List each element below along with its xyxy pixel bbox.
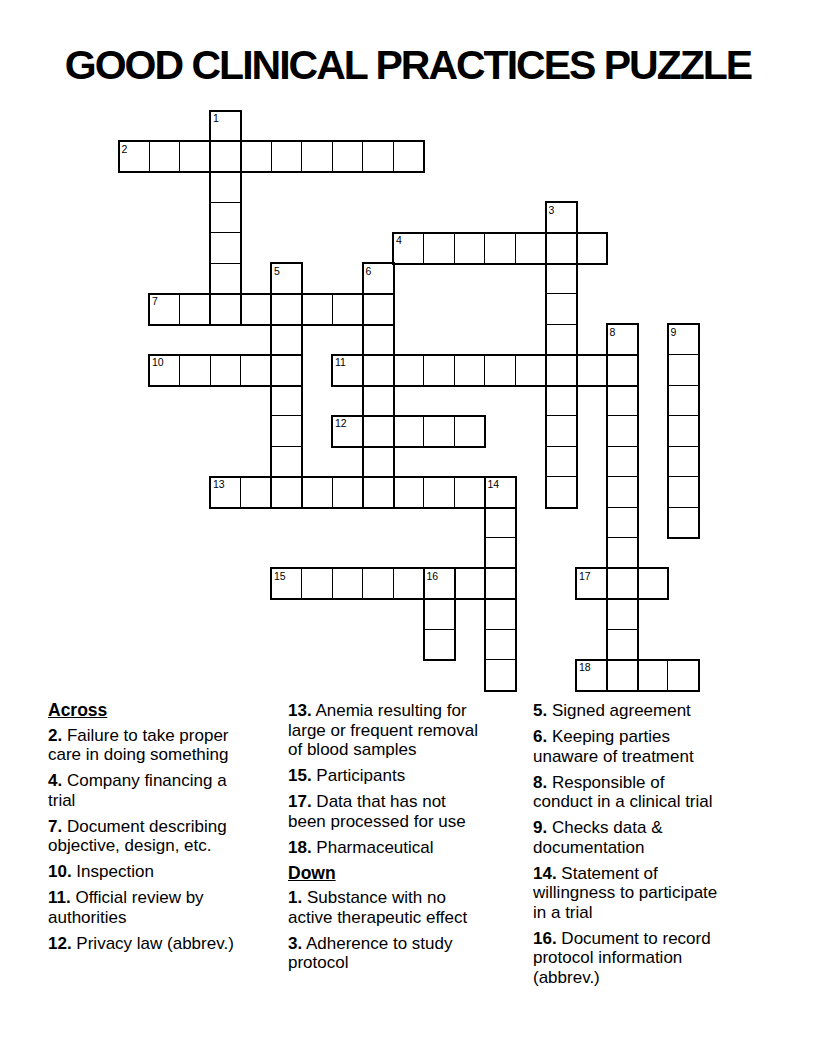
grid-cell-r4c11[interactable]	[454, 232, 486, 264]
clue-number-18: 18.	[288, 838, 312, 857]
clue-14: 14. Statement ofwillingness to participa…	[533, 864, 770, 923]
grid-cell-r8c10[interactable]	[423, 354, 455, 386]
grid-cell-r14c12[interactable]	[484, 537, 516, 569]
clue-number-13: 13.	[288, 701, 312, 720]
grid-cell-r12c5[interactable]	[271, 476, 303, 508]
grid-cell-r13c12[interactable]	[484, 507, 516, 539]
grid-cell-r8c2[interactable]	[179, 354, 211, 386]
grid-cell-r2c3[interactable]	[210, 171, 242, 203]
grid-cell-r11c5[interactable]	[271, 446, 303, 478]
grid-cell-r16c12[interactable]	[484, 598, 516, 630]
grid-cell-r12c11[interactable]	[454, 476, 486, 508]
grid-cell-r6c7[interactable]	[332, 293, 364, 325]
grid-cell-r8c18[interactable]	[667, 354, 699, 386]
grid-cell-r10c9[interactable]	[393, 415, 425, 447]
grid-cell-r3c14[interactable]	[545, 202, 577, 234]
grid-cell-r11c14[interactable]	[545, 446, 577, 478]
grid-cell-r4c10[interactable]	[423, 232, 455, 264]
clue-8: 8. Responsible ofconduct in a clinical t…	[533, 773, 770, 812]
grid-cell-r15c11[interactable]	[454, 568, 486, 600]
grid-cell-r7c5[interactable]	[271, 324, 303, 356]
grid-cell-r8c9[interactable]	[393, 354, 425, 386]
grid-cell-r12c8[interactable]	[362, 476, 394, 508]
grid-cell-r6c3[interactable]	[210, 293, 242, 325]
grid-cell-r3c3[interactable]	[210, 202, 242, 234]
grid-cell-r15c17[interactable]	[637, 568, 669, 600]
clue-11: 11. Official review byauthorities	[48, 888, 285, 927]
clue-number-4: 4.	[48, 771, 62, 790]
grid-cell-r14c16[interactable]	[606, 537, 638, 569]
grid-cell-r5c5[interactable]	[271, 263, 303, 295]
grid-cell-r4c15[interactable]	[576, 232, 608, 264]
clue-number-1: 1.	[288, 888, 302, 907]
grid-cell-r6c4[interactable]	[240, 293, 272, 325]
clue-3: 3. Adherence to studyprotocol	[288, 934, 525, 973]
grid-cell-r10c7[interactable]	[332, 415, 364, 447]
grid-cell-r10c8[interactable]	[362, 415, 394, 447]
grid-cell-r9c5[interactable]	[271, 385, 303, 417]
grid-cell-r12c16[interactable]	[606, 476, 638, 508]
clue-2: 2. Failure to take propercare in doing s…	[48, 726, 285, 765]
clue-number-14: 14.	[533, 864, 557, 883]
grid-cell-r6c14[interactable]	[545, 293, 577, 325]
clue-7: 7. Document describingobjective, design,…	[48, 817, 285, 856]
clue-1: 1. Substance with noactive therapeutic e…	[288, 888, 525, 927]
grid-cell-r8c11[interactable]	[454, 354, 486, 386]
clue-12: 12. Privacy law (abbrev.)	[48, 934, 285, 954]
clue-10: 10. Inspection	[48, 862, 285, 882]
grid-cell-r15c7[interactable]	[332, 568, 364, 600]
grid-cell-r12c18[interactable]	[667, 476, 699, 508]
grid-cell-r6c5[interactable]	[271, 293, 303, 325]
grid-cell-r13c16[interactable]	[606, 507, 638, 539]
clue-17: 17. Data that has notbeen processed for …	[288, 792, 525, 831]
grid-cell-r5c14[interactable]	[545, 263, 577, 295]
grid-cell-r12c9[interactable]	[393, 476, 425, 508]
grid-cell-r5c8[interactable]	[362, 263, 394, 295]
grid-cell-r9c14[interactable]	[545, 385, 577, 417]
grid-cell-r10c14[interactable]	[545, 415, 577, 447]
clue-number-17: 17.	[288, 792, 312, 811]
grid-cell-r15c5[interactable]	[271, 568, 303, 600]
grid-cell-r15c9[interactable]	[393, 568, 425, 600]
grid-cell-r15c16[interactable]	[606, 568, 638, 600]
clue-column-1: Across2. Failure to take propercare in d…	[48, 701, 285, 960]
grid-cell-r18c18[interactable]	[667, 659, 699, 691]
grid-cell-r6c6[interactable]	[301, 293, 333, 325]
grid-cell-r4c9[interactable]	[393, 232, 425, 264]
grid-cell-r18c15[interactable]	[576, 659, 608, 691]
grid-cell-r1c4[interactable]	[240, 141, 272, 173]
grid-cell-r1c7[interactable]	[332, 141, 364, 173]
clue-13: 13. Anemia resulting forlarge or frequen…	[288, 701, 525, 760]
clue-5: 5. Signed agreement	[533, 701, 770, 721]
clue-18: 18. Pharmaceutical	[288, 838, 525, 858]
clue-number-6: 6.	[533, 727, 547, 746]
grid-cell-r7c18[interactable]	[667, 324, 699, 356]
grid-cell-r1c0[interactable]	[118, 141, 150, 173]
clue-number-10: 10.	[48, 862, 72, 881]
grid-cell-r12c10[interactable]	[423, 476, 455, 508]
clue-9: 9. Checks data &documentation	[533, 818, 770, 857]
grid-cell-r12c3[interactable]	[210, 476, 242, 508]
clue-4: 4. Company financing atrial	[48, 771, 285, 810]
grid-cell-r8c3[interactable]	[210, 354, 242, 386]
grid-cell-r8c7[interactable]	[332, 354, 364, 386]
grid-cell-r6c1[interactable]	[149, 293, 181, 325]
grid-cell-r15c10[interactable]	[423, 568, 455, 600]
grid-cell-r9c18[interactable]	[667, 385, 699, 417]
grid-cell-r8c13[interactable]	[515, 354, 547, 386]
grid-cell-r18c12[interactable]	[484, 659, 516, 691]
clue-number-15: 15.	[288, 766, 312, 785]
grid-cell-r10c18[interactable]	[667, 415, 699, 447]
clue-column-2: 13. Anemia resulting forlarge or frequen…	[288, 701, 525, 979]
clue-15: 15. Participants	[288, 766, 525, 786]
grid-cell-r6c2[interactable]	[179, 293, 211, 325]
grid-cell-r15c6[interactable]	[301, 568, 333, 600]
grid-cell-r16c10[interactable]	[423, 598, 455, 630]
grid-cell-r18c16[interactable]	[606, 659, 638, 691]
grid-cell-r1c3[interactable]	[210, 141, 242, 173]
crossword-grid: 123456789101112131415161718	[118, 110, 700, 692]
grid-cell-r1c2[interactable]	[179, 141, 211, 173]
clue-number-5: 5.	[533, 701, 547, 720]
clue-heading-across: Across	[48, 701, 285, 721]
grid-cell-r10c10[interactable]	[423, 415, 455, 447]
grid-cell-r15c15[interactable]	[576, 568, 608, 600]
grid-cell-r12c6[interactable]	[301, 476, 333, 508]
grid-cell-r1c6[interactable]	[301, 141, 333, 173]
grid-cell-r8c16[interactable]	[606, 354, 638, 386]
clue-column-3: 5. Signed agreement6. Keeping partiesuna…	[533, 701, 770, 994]
grid-cell-r1c8[interactable]	[362, 141, 394, 173]
grid-cell-r8c1[interactable]	[149, 354, 181, 386]
grid-cell-r17c16[interactable]	[606, 629, 638, 661]
clue-number-2: 2.	[48, 726, 62, 745]
grid-cell-r7c8[interactable]	[362, 324, 394, 356]
grid-cell-r16c16[interactable]	[606, 598, 638, 630]
grid-cell-r0c3[interactable]	[210, 110, 242, 142]
clue-number-12: 12.	[48, 934, 72, 953]
grid-cell-r18c17[interactable]	[637, 659, 669, 691]
grid-cell-r1c5[interactable]	[271, 141, 303, 173]
clue-6: 6. Keeping partiesunaware of treatment	[533, 727, 770, 766]
grid-cell-r8c8[interactable]	[362, 354, 394, 386]
grid-cell-r7c14[interactable]	[545, 324, 577, 356]
grid-cell-r10c11[interactable]	[454, 415, 486, 447]
clue-16: 16. Document to recordprotocol informati…	[533, 929, 770, 988]
grid-cell-r8c4[interactable]	[240, 354, 272, 386]
grid-cell-r8c5[interactable]	[271, 354, 303, 386]
grid-cell-r12c12[interactable]	[484, 476, 516, 508]
grid-cell-r12c4[interactable]	[240, 476, 272, 508]
puzzle-title: GOOD CLINICAL PRACTICES PUZZLE	[0, 42, 816, 89]
grid-cell-r1c1[interactable]	[149, 141, 181, 173]
grid-cell-r12c14[interactable]	[545, 476, 577, 508]
grid-cell-r11c8[interactable]	[362, 446, 394, 478]
grid-cell-r10c5[interactable]	[271, 415, 303, 447]
clue-number-11: 11.	[48, 888, 71, 907]
clue-number-7: 7.	[48, 817, 62, 836]
grid-cell-r9c16[interactable]	[606, 385, 638, 417]
grid-cell-r8c14[interactable]	[545, 354, 577, 386]
clue-heading-down: Down	[288, 864, 525, 884]
clue-number-16: 16.	[533, 929, 557, 948]
grid-cell-r8c15[interactable]	[576, 354, 608, 386]
grid-cell-r17c12[interactable]	[484, 629, 516, 661]
grid-cell-r15c8[interactable]	[362, 568, 394, 600]
grid-cell-r15c12[interactable]	[484, 568, 516, 600]
clue-number-3: 3.	[288, 934, 302, 953]
grid-cell-r13c18[interactable]	[667, 507, 699, 539]
grid-cell-r11c18[interactable]	[667, 446, 699, 478]
grid-cell-r11c16[interactable]	[606, 446, 638, 478]
clue-number-9: 9.	[533, 818, 547, 837]
grid-cell-r6c8[interactable]	[362, 293, 394, 325]
grid-cell-r5c3[interactable]	[210, 263, 242, 295]
grid-cell-r10c16[interactable]	[606, 415, 638, 447]
grid-cell-r4c14[interactable]	[545, 232, 577, 264]
grid-cell-r17c10[interactable]	[423, 629, 455, 661]
grid-cell-r4c3[interactable]	[210, 232, 242, 264]
grid-cell-r12c7[interactable]	[332, 476, 364, 508]
clue-number-8: 8.	[533, 773, 547, 792]
grid-cell-r4c13[interactable]	[515, 232, 547, 264]
grid-cell-r1c9[interactable]	[393, 141, 425, 173]
grid-cell-r9c8[interactable]	[362, 385, 394, 417]
grid-cell-r8c12[interactable]	[484, 354, 516, 386]
grid-cell-r7c16[interactable]	[606, 324, 638, 356]
grid-cell-r4c12[interactable]	[484, 232, 516, 264]
